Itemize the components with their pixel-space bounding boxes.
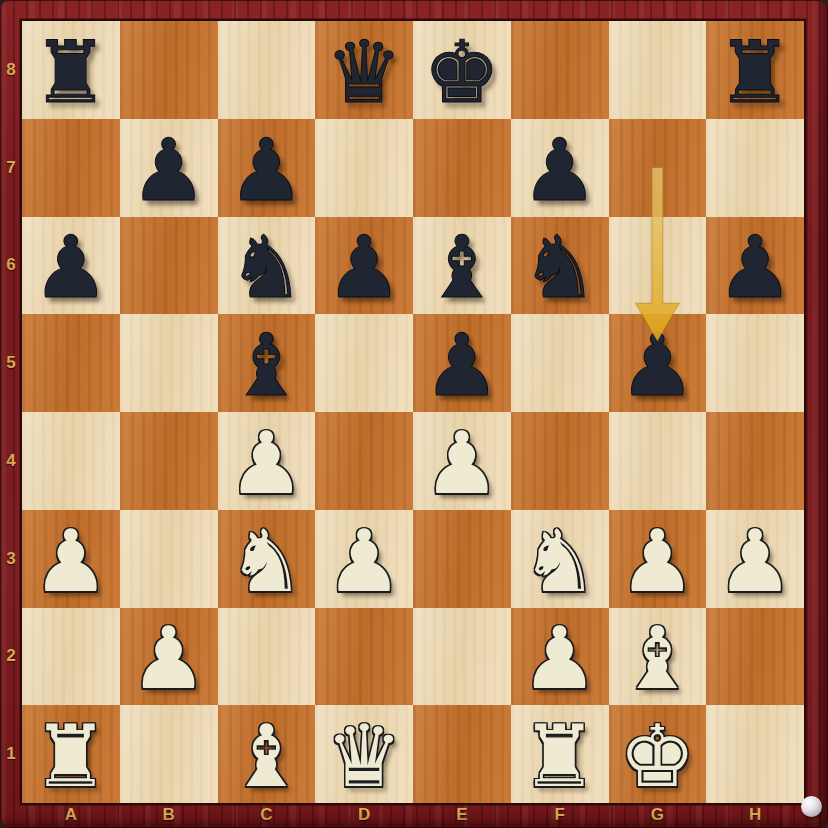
piece-black-pawn-e5[interactable]: ♟ [413,316,511,414]
square-a2[interactable] [22,608,120,706]
square-h8[interactable]: ♜ [706,21,804,119]
square-h4[interactable] [706,412,804,510]
chess-board-frame: ♜♛♚♜♟♟♟♟♞♟♝♞♟♝♟♟♟♟♟♞♟♞♟♟♟♟♝♜♝♛♜♚ 8765432… [0,0,828,828]
piece-black-rook-a8[interactable]: ♜ [22,23,120,121]
piece-black-pawn-c7[interactable]: ♟ [218,121,316,219]
square-f4[interactable] [511,412,609,510]
square-a8[interactable]: ♜ [22,21,120,119]
square-c6[interactable]: ♞ [218,217,316,315]
square-g3[interactable]: ♟ [609,510,707,608]
piece-black-bishop-e6[interactable]: ♝ [413,219,511,317]
square-h7[interactable] [706,119,804,217]
square-a3[interactable]: ♟ [22,510,120,608]
piece-black-rook-h8[interactable]: ♜ [706,23,804,121]
rank-label-8: 8 [0,60,22,80]
piece-white-knight-f3[interactable]: ♞ [511,512,609,610]
square-c7[interactable]: ♟ [218,119,316,217]
file-label-D: D [344,805,384,827]
square-f1[interactable]: ♜ [511,705,609,803]
square-e6[interactable]: ♝ [413,217,511,315]
piece-white-bishop-g2[interactable]: ♝ [609,610,707,708]
piece-white-king-g1[interactable]: ♚ [609,707,707,805]
square-h3[interactable]: ♟ [706,510,804,608]
piece-white-rook-f1[interactable]: ♜ [511,707,609,805]
square-b4[interactable] [120,412,218,510]
file-label-C: C [246,805,286,827]
piece-black-queen-d8[interactable]: ♛ [315,23,413,121]
file-label-G: G [637,805,677,827]
square-c8[interactable] [218,21,316,119]
square-f5[interactable] [511,314,609,412]
square-g2[interactable]: ♝ [609,608,707,706]
square-a5[interactable] [22,314,120,412]
square-e1[interactable] [413,705,511,803]
square-b3[interactable] [120,510,218,608]
square-e4[interactable]: ♟ [413,412,511,510]
square-h2[interactable] [706,608,804,706]
square-b7[interactable]: ♟ [120,119,218,217]
square-b8[interactable] [120,21,218,119]
piece-black-pawn-h6[interactable]: ♟ [706,219,804,317]
square-g6[interactable] [609,217,707,315]
square-b6[interactable] [120,217,218,315]
square-d6[interactable]: ♟ [315,217,413,315]
square-e5[interactable]: ♟ [413,314,511,412]
square-g4[interactable] [609,412,707,510]
piece-white-queen-d1[interactable]: ♛ [315,707,413,805]
piece-black-pawn-g5[interactable]: ♟ [609,316,707,414]
square-f6[interactable]: ♞ [511,217,609,315]
piece-white-pawn-e4[interactable]: ♟ [413,414,511,512]
rank-label-4: 4 [0,451,22,471]
square-c3[interactable]: ♞ [218,510,316,608]
piece-white-pawn-c4[interactable]: ♟ [218,414,316,512]
piece-white-pawn-h3[interactable]: ♟ [706,512,804,610]
rank-label-1: 1 [0,744,22,764]
square-b5[interactable] [120,314,218,412]
square-c4[interactable]: ♟ [218,412,316,510]
square-e7[interactable] [413,119,511,217]
file-label-F: F [540,805,580,827]
square-d4[interactable] [315,412,413,510]
square-d5[interactable] [315,314,413,412]
square-a6[interactable]: ♟ [22,217,120,315]
piece-white-rook-a1[interactable]: ♜ [22,707,120,805]
square-a1[interactable]: ♜ [22,705,120,803]
piece-black-knight-c6[interactable]: ♞ [218,219,316,317]
square-e2[interactable] [413,608,511,706]
piece-white-pawn-b2[interactable]: ♟ [120,610,218,708]
rank-label-5: 5 [0,353,22,373]
square-c2[interactable] [218,608,316,706]
rank-label-3: 3 [0,549,22,569]
board: ♜♛♚♜♟♟♟♟♞♟♝♞♟♝♟♟♟♟♟♞♟♞♟♟♟♟♝♜♝♛♜♚ [22,21,804,803]
square-g5[interactable]: ♟ [609,314,707,412]
piece-white-pawn-f2[interactable]: ♟ [511,610,609,708]
square-f7[interactable]: ♟ [511,119,609,217]
square-h1[interactable] [706,705,804,803]
square-f8[interactable] [511,21,609,119]
piece-white-pawn-a3[interactable]: ♟ [22,512,120,610]
file-label-B: B [149,805,189,827]
square-a7[interactable] [22,119,120,217]
file-label-E: E [442,805,482,827]
piece-white-pawn-g3[interactable]: ♟ [609,512,707,610]
rank-label-2: 2 [0,646,22,666]
square-b2[interactable]: ♟ [120,608,218,706]
square-f2[interactable]: ♟ [511,608,609,706]
piece-black-pawn-a6[interactable]: ♟ [22,219,120,317]
square-e3[interactable] [413,510,511,608]
square-h6[interactable]: ♟ [706,217,804,315]
rank-label-6: 6 [0,255,22,275]
square-d2[interactable] [315,608,413,706]
file-label-A: A [51,805,91,827]
piece-white-knight-c3[interactable]: ♞ [218,512,316,610]
square-c1[interactable]: ♝ [218,705,316,803]
square-d3[interactable]: ♟ [315,510,413,608]
square-f3[interactable]: ♞ [511,510,609,608]
square-a4[interactable] [22,412,120,510]
file-label-H: H [735,805,775,827]
piece-white-pawn-d3[interactable]: ♟ [315,512,413,610]
square-d1[interactable]: ♛ [315,705,413,803]
square-d8[interactable]: ♛ [315,21,413,119]
square-d7[interactable] [315,119,413,217]
square-b1[interactable] [120,705,218,803]
piece-black-pawn-f7[interactable]: ♟ [511,121,609,219]
rank-label-7: 7 [0,158,22,178]
square-g7[interactable] [609,119,707,217]
side-to-move-indicator [801,796,822,817]
piece-white-bishop-c1[interactable]: ♝ [218,707,316,805]
piece-black-pawn-d6[interactable]: ♟ [315,219,413,317]
square-c5[interactable]: ♝ [218,314,316,412]
square-g1[interactable]: ♚ [609,705,707,803]
square-h5[interactable] [706,314,804,412]
square-g8[interactable] [609,21,707,119]
square-e8[interactable]: ♚ [413,21,511,119]
piece-black-bishop-c5[interactable]: ♝ [218,316,316,414]
piece-black-king-e8[interactable]: ♚ [413,23,511,121]
piece-black-knight-f6[interactable]: ♞ [511,219,609,317]
piece-black-pawn-b7[interactable]: ♟ [120,121,218,219]
